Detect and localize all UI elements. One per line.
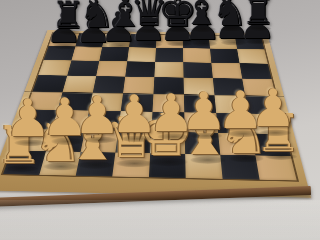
square-h4 xyxy=(245,95,280,114)
square-g6 xyxy=(211,63,242,79)
piece-black-knight: ♞ xyxy=(212,0,248,31)
square-a8 xyxy=(49,33,79,46)
square-e2 xyxy=(150,132,185,154)
square-g2 xyxy=(218,133,255,156)
square-e8 xyxy=(156,35,183,49)
square-f5 xyxy=(184,78,215,95)
square-b4 xyxy=(58,92,93,111)
black-bishop-icon: ♝ xyxy=(183,0,220,32)
piece-black-queen: ♛ xyxy=(130,0,168,33)
square-e5 xyxy=(153,77,183,94)
square-e7 xyxy=(155,48,183,63)
square-g5 xyxy=(213,78,245,95)
square-b1 xyxy=(39,151,80,176)
square-g1 xyxy=(220,155,259,180)
square-f3 xyxy=(184,112,218,132)
piece-shadow xyxy=(248,26,271,31)
square-h8 xyxy=(235,36,264,50)
square-h7 xyxy=(237,49,268,64)
square-c5 xyxy=(93,76,125,93)
chess-board xyxy=(3,33,297,180)
square-c6 xyxy=(96,61,127,77)
black-bishop-icon: ♝ xyxy=(107,0,144,33)
black-knight-icon: ♞ xyxy=(79,0,115,34)
piece-shadow xyxy=(219,26,244,32)
square-f8 xyxy=(183,35,210,49)
chess-board-frame xyxy=(0,30,311,197)
piece-shadow xyxy=(191,27,217,33)
black-knight-icon: ♞ xyxy=(212,0,248,31)
square-h3 xyxy=(248,114,285,135)
square-f2 xyxy=(185,132,221,155)
square-h1 xyxy=(255,155,296,180)
square-c7 xyxy=(99,47,129,62)
square-d2 xyxy=(115,131,151,153)
square-b2 xyxy=(46,130,85,152)
piece-black-bishop: ♝ xyxy=(183,0,220,32)
square-b6 xyxy=(67,60,99,76)
square-e1 xyxy=(149,153,186,178)
piece-black-king: ♚ xyxy=(158,0,197,32)
black-rook-icon: ♜ xyxy=(51,0,84,34)
black-king-icon: ♚ xyxy=(158,0,197,32)
square-d8 xyxy=(129,34,157,47)
square-c4 xyxy=(89,93,123,112)
square-f6 xyxy=(183,62,213,78)
square-h5 xyxy=(242,79,276,96)
square-d4 xyxy=(121,93,154,112)
piece-black-rook: ♜ xyxy=(241,0,274,30)
square-e6 xyxy=(154,62,183,78)
black-queen-icon: ♛ xyxy=(130,0,168,33)
square-c8 xyxy=(102,34,131,47)
square-f4 xyxy=(184,94,216,113)
square-c1 xyxy=(76,152,116,177)
square-g4 xyxy=(214,95,248,114)
square-d1 xyxy=(112,153,150,178)
square-b3 xyxy=(52,110,89,130)
piece-black-rook: ♜ xyxy=(51,0,84,34)
square-g7 xyxy=(210,49,240,64)
square-h6 xyxy=(240,63,272,79)
square-c2 xyxy=(81,130,119,152)
square-d5 xyxy=(123,77,154,94)
black-rook-icon: ♜ xyxy=(241,0,274,30)
square-b7 xyxy=(71,46,102,60)
square-f1 xyxy=(185,154,222,179)
square-d6 xyxy=(125,61,155,77)
square-g8 xyxy=(209,35,237,49)
piece-black-knight: ♞ xyxy=(79,0,115,34)
square-d3 xyxy=(118,111,152,131)
square-g3 xyxy=(216,113,251,134)
square-b5 xyxy=(63,76,97,93)
square-b8 xyxy=(75,33,104,46)
square-c3 xyxy=(85,111,121,131)
piece-black-bishop: ♝ xyxy=(107,0,144,33)
square-f7 xyxy=(183,48,211,63)
square-a5 xyxy=(32,75,67,92)
photo-chessboard-scene: ♜♞♝♛♚♝♞♜♟♟♟♟♟♟♟♟♟♟♟♟♟♟♟♟♜♞♝♛♚♝♞♜ xyxy=(0,0,320,240)
square-e4 xyxy=(152,94,184,113)
square-d7 xyxy=(127,47,156,62)
square-h2 xyxy=(252,134,291,157)
square-a6 xyxy=(38,60,71,76)
square-a7 xyxy=(44,46,76,60)
square-e3 xyxy=(151,112,184,132)
